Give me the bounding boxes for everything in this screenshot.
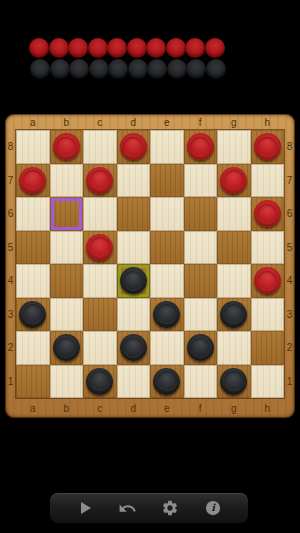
- rank-label: 5: [284, 231, 295, 265]
- rank-labels-left: 87654321: [5, 130, 16, 398]
- red-tray-piece: [68, 38, 88, 58]
- rank-label: 3: [5, 298, 16, 332]
- rank-label: 3: [284, 298, 295, 332]
- red-tray-piece: [185, 38, 205, 58]
- red-checker[interactable]: [187, 133, 214, 160]
- square-h2[interactable]: [251, 331, 285, 365]
- square-a4[interactable]: [16, 264, 50, 298]
- board: abcdefgh abcdefgh 87654321 87654321: [5, 114, 295, 418]
- undo-button[interactable]: [117, 497, 139, 519]
- black-tray-piece: [30, 59, 50, 79]
- file-labels-top: abcdefgh: [16, 114, 284, 130]
- square-e7[interactable]: [150, 164, 184, 198]
- black-tray-piece: [108, 59, 128, 79]
- square-b6[interactable]: [50, 197, 84, 231]
- square-a3[interactable]: [16, 298, 50, 332]
- rank-label: 2: [5, 331, 16, 365]
- file-label: f: [184, 114, 218, 130]
- square-g1[interactable]: [217, 365, 251, 399]
- square-h1[interactable]: [251, 365, 285, 399]
- square-e6[interactable]: [150, 197, 184, 231]
- red-checker[interactable]: [120, 133, 147, 160]
- square-c2[interactable]: [83, 331, 117, 365]
- square-b8[interactable]: [50, 130, 84, 164]
- square-e8[interactable]: [150, 130, 184, 164]
- info-button[interactable]: i: [202, 497, 224, 519]
- square-e4[interactable]: [150, 264, 184, 298]
- file-label: h: [251, 114, 285, 130]
- square-f6[interactable]: [184, 197, 218, 231]
- red-checker[interactable]: [86, 234, 113, 261]
- file-label: b: [50, 398, 84, 418]
- square-d7[interactable]: [117, 164, 151, 198]
- rank-labels-right: 87654321: [284, 130, 295, 398]
- square-a1[interactable]: [16, 365, 50, 399]
- red-checker[interactable]: [254, 267, 281, 294]
- red-checker[interactable]: [220, 167, 247, 194]
- square-g2[interactable]: [217, 331, 251, 365]
- black-checker[interactable]: [53, 334, 80, 361]
- square-d5[interactable]: [117, 231, 151, 265]
- square-d8[interactable]: [117, 130, 151, 164]
- file-label: f: [184, 398, 218, 418]
- square-d6[interactable]: [117, 197, 151, 231]
- black-tray-piece: [206, 59, 226, 79]
- square-a5[interactable]: [16, 231, 50, 265]
- rank-label: 8: [5, 130, 16, 164]
- square-f8[interactable]: [184, 130, 218, 164]
- square-b2[interactable]: [50, 331, 84, 365]
- black-checker[interactable]: [153, 301, 180, 328]
- black-tray-piece: [89, 59, 109, 79]
- square-c5[interactable]: [83, 231, 117, 265]
- square-b4[interactable]: [50, 264, 84, 298]
- play-icon: [77, 500, 93, 516]
- red-tray-piece: [49, 38, 69, 58]
- square-c3[interactable]: [83, 298, 117, 332]
- red-checker[interactable]: [19, 167, 46, 194]
- square-h5[interactable]: [251, 231, 285, 265]
- rank-label: 1: [284, 365, 295, 399]
- square-h4[interactable]: [251, 264, 285, 298]
- square-h6[interactable]: [251, 197, 285, 231]
- red-tray-piece: [166, 38, 186, 58]
- settings-button[interactable]: [159, 497, 181, 519]
- file-label: g: [217, 114, 251, 130]
- square-h7[interactable]: [251, 164, 285, 198]
- black-tray-piece: [167, 59, 187, 79]
- square-c1[interactable]: [83, 365, 117, 399]
- rank-label: 4: [284, 264, 295, 298]
- red-tray-piece: [127, 38, 147, 58]
- file-label: a: [16, 398, 50, 418]
- play-button[interactable]: [74, 497, 96, 519]
- square-e2[interactable]: [150, 331, 184, 365]
- black-checker[interactable]: [220, 301, 247, 328]
- square-b1[interactable]: [50, 365, 84, 399]
- file-label: d: [117, 398, 151, 418]
- rank-label: 1: [5, 365, 16, 399]
- rank-label: 8: [284, 130, 295, 164]
- square-e5[interactable]: [150, 231, 184, 265]
- rank-label: 4: [5, 264, 16, 298]
- square-c6[interactable]: [83, 197, 117, 231]
- file-label: g: [217, 398, 251, 418]
- rank-label: 7: [284, 164, 295, 198]
- square-f3[interactable]: [184, 298, 218, 332]
- rank-label: 5: [5, 231, 16, 265]
- red-tray-piece: [29, 38, 49, 58]
- black-checker[interactable]: [19, 301, 46, 328]
- square-g8[interactable]: [217, 130, 251, 164]
- square-b3[interactable]: [50, 298, 84, 332]
- red-tray-piece: [146, 38, 166, 58]
- red-checker[interactable]: [254, 133, 281, 160]
- square-a2[interactable]: [16, 331, 50, 365]
- black-tray-piece: [50, 59, 70, 79]
- square-a6[interactable]: [16, 197, 50, 231]
- app-screen: abcdefgh abcdefgh 87654321 87654321: [0, 0, 300, 533]
- square-a7[interactable]: [16, 164, 50, 198]
- square-c7[interactable]: [83, 164, 117, 198]
- black-checker[interactable]: [86, 368, 113, 395]
- square-g4[interactable]: [217, 264, 251, 298]
- square-d4[interactable]: [117, 264, 151, 298]
- square-c4[interactable]: [83, 264, 117, 298]
- gear-icon: [161, 499, 179, 517]
- red-tray-piece: [107, 38, 127, 58]
- rank-label: 6: [5, 197, 16, 231]
- black-tray-piece: [69, 59, 89, 79]
- board-grid: [16, 130, 284, 398]
- red-tray-piece: [205, 38, 225, 58]
- file-labels-bottom: abcdefgh: [16, 398, 284, 418]
- file-label: a: [16, 114, 50, 130]
- square-c8[interactable]: [83, 130, 117, 164]
- black-piece-tray: [30, 59, 225, 79]
- red-tray-piece: [88, 38, 108, 58]
- square-e3[interactable]: [150, 298, 184, 332]
- square-f5[interactable]: [184, 231, 218, 265]
- black-checker[interactable]: [220, 368, 247, 395]
- square-g6[interactable]: [217, 197, 251, 231]
- red-checker[interactable]: [86, 167, 113, 194]
- square-h8[interactable]: [251, 130, 285, 164]
- square-b7[interactable]: [50, 164, 84, 198]
- rank-label: 7: [5, 164, 16, 198]
- file-label: d: [117, 114, 151, 130]
- file-label: e: [150, 398, 184, 418]
- square-e1[interactable]: [150, 365, 184, 399]
- square-f1[interactable]: [184, 365, 218, 399]
- black-tray-piece: [147, 59, 167, 79]
- square-f4[interactable]: [184, 264, 218, 298]
- square-d3[interactable]: [117, 298, 151, 332]
- red-checker[interactable]: [53, 133, 80, 160]
- square-g5[interactable]: [217, 231, 251, 265]
- square-f2[interactable]: [184, 331, 218, 365]
- file-label: h: [251, 398, 285, 418]
- square-g7[interactable]: [217, 164, 251, 198]
- black-checker[interactable]: [120, 267, 147, 294]
- square-g3[interactable]: [217, 298, 251, 332]
- square-d1[interactable]: [117, 365, 151, 399]
- square-f7[interactable]: [184, 164, 218, 198]
- red-checker[interactable]: [254, 200, 281, 227]
- black-checker[interactable]: [153, 368, 180, 395]
- file-label: b: [50, 114, 84, 130]
- info-icon: i: [204, 499, 222, 517]
- file-label: e: [150, 114, 184, 130]
- black-checker[interactable]: [187, 334, 214, 361]
- rank-label: 2: [284, 331, 295, 365]
- undo-icon: [118, 499, 137, 518]
- square-h3[interactable]: [251, 298, 285, 332]
- black-tray-piece: [128, 59, 148, 79]
- square-b5[interactable]: [50, 231, 84, 265]
- toolbar: i: [50, 493, 248, 523]
- square-d2[interactable]: [117, 331, 151, 365]
- rank-label: 6: [284, 197, 295, 231]
- black-checker[interactable]: [120, 334, 147, 361]
- file-label: c: [83, 398, 117, 418]
- square-a8[interactable]: [16, 130, 50, 164]
- red-piece-tray: [29, 38, 224, 58]
- file-label: c: [83, 114, 117, 130]
- black-tray-piece: [186, 59, 206, 79]
